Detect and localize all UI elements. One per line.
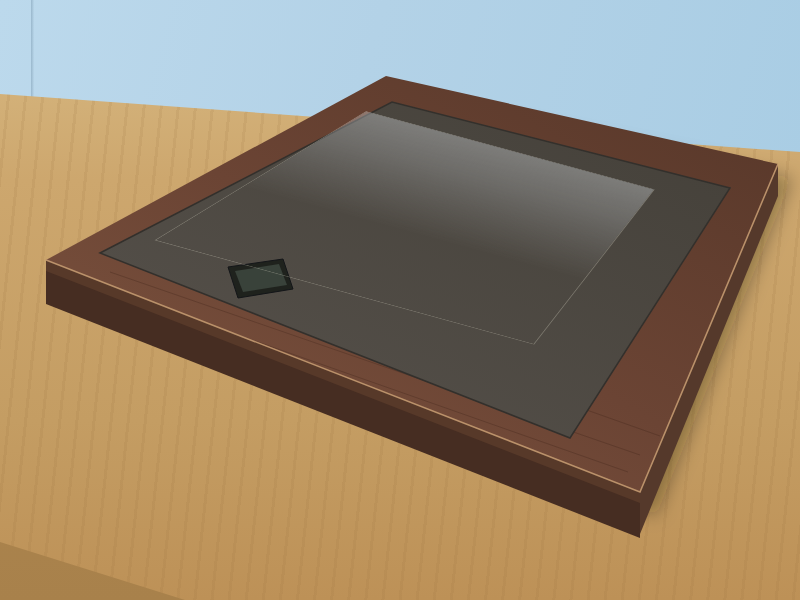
scene: { "game": "chess", "device": { "name": "… <box>0 0 800 600</box>
